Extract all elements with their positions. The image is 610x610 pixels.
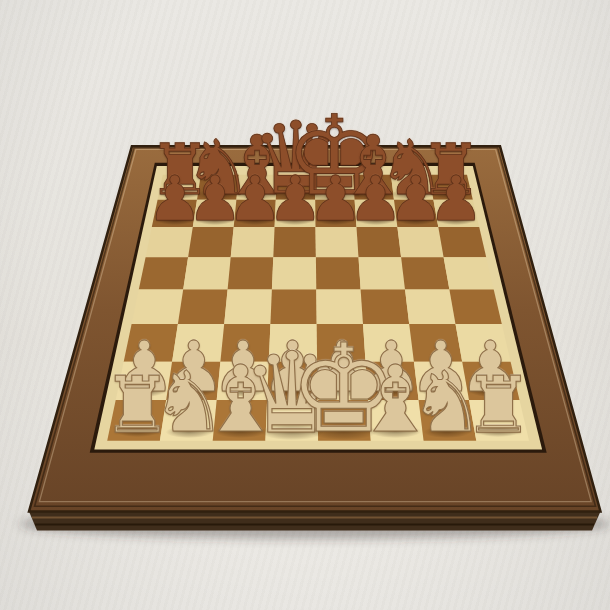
- square-c4: [224, 289, 272, 324]
- square-a8: [158, 175, 201, 200]
- square-a6: [146, 227, 193, 257]
- square-b3: [172, 324, 224, 362]
- square-g3: [409, 324, 462, 362]
- square-f1: [368, 400, 424, 441]
- square-h6: [438, 227, 486, 257]
- square-h3: [456, 324, 511, 362]
- square-e3: [317, 324, 366, 362]
- square-d3: [269, 324, 317, 362]
- square-b4: [178, 289, 228, 324]
- square-g7: [394, 200, 438, 227]
- square-a3: [124, 324, 178, 362]
- chess-board: [0, 0, 610, 610]
- square-c8: [236, 175, 277, 200]
- square-a5: [139, 257, 188, 289]
- square-f5: [359, 257, 406, 289]
- square-d6: [273, 227, 316, 257]
- square-h2: [462, 362, 519, 400]
- square-g4: [405, 289, 456, 324]
- square-f8: [353, 175, 394, 200]
- square-h1: [469, 400, 529, 441]
- square-h4: [449, 289, 501, 324]
- square-g5: [401, 257, 449, 289]
- square-d7: [275, 200, 316, 227]
- square-h8: [429, 175, 473, 200]
- square-c3: [220, 324, 270, 362]
- square-c7: [234, 200, 276, 227]
- square-d8: [276, 175, 315, 200]
- square-d2: [267, 362, 318, 400]
- square-g2: [414, 362, 469, 400]
- square-h7: [433, 200, 479, 227]
- square-d1: [265, 400, 318, 441]
- square-c5: [228, 257, 274, 289]
- square-e6: [316, 227, 359, 257]
- square-b5: [183, 257, 231, 289]
- square-b8: [197, 175, 239, 200]
- square-a1: [107, 400, 166, 441]
- board-edge: [29, 512, 601, 531]
- square-d4: [270, 289, 316, 324]
- square-g6: [397, 227, 443, 257]
- square-c6: [231, 227, 275, 257]
- square-b2: [166, 362, 220, 400]
- square-e5: [316, 257, 361, 289]
- square-f2: [366, 362, 419, 400]
- square-e4: [316, 289, 363, 324]
- square-e1: [318, 400, 371, 441]
- square-d5: [272, 257, 316, 289]
- square-b1: [160, 400, 217, 441]
- square-f3: [363, 324, 414, 362]
- square-e7: [315, 200, 356, 227]
- square-e2: [317, 362, 368, 400]
- square-b7: [193, 200, 237, 227]
- square-g8: [391, 175, 434, 200]
- square-c1: [213, 400, 267, 441]
- square-e8: [315, 175, 355, 200]
- square-b6: [188, 227, 234, 257]
- square-f6: [357, 227, 402, 257]
- square-f7: [355, 200, 398, 227]
- square-a7: [152, 200, 197, 227]
- square-h5: [444, 257, 494, 289]
- square-g1: [419, 400, 477, 441]
- square-f4: [361, 289, 410, 324]
- square-a4: [132, 289, 184, 324]
- square-c2: [217, 362, 269, 400]
- photo-scene: ♜♞♝♛♚♝♞♜♟♟♟♟♟♟♟♟♟♟♟♟♟♟♟♟♜♞♝♛♚♝♞♜: [0, 0, 610, 610]
- square-a2: [116, 362, 172, 400]
